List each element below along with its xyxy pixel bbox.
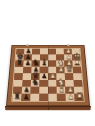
square-b7: ♟: [21, 87, 30, 94]
chess-set-photo: ♟♟♚♟♟♚♜♟♞♝♞♟♜♟♟♛♛♟♟♞♞♟♝♟♜♟♟♜: [0, 0, 95, 126]
piece-wp: ♟: [65, 53, 71, 60]
square-b5: [39, 87, 48, 94]
piece-wp: ♟: [65, 60, 71, 67]
piece-bp: ♟: [24, 53, 30, 60]
square-a1: ♜: [74, 94, 83, 101]
square-a2: ♟: [65, 94, 74, 101]
square-c8: [13, 80, 22, 87]
square-c2: [64, 80, 73, 87]
square-e8: [14, 67, 23, 73]
piece-bp: ♟: [32, 66, 38, 73]
piece-bp: ♟: [24, 60, 30, 67]
piece-wp: ♟: [65, 47, 71, 54]
piece-wp: ♟: [57, 66, 63, 73]
square-a6: [30, 94, 39, 101]
square-e7: [22, 67, 31, 73]
board-scene: ♟♟♚♟♟♚♜♟♞♝♞♟♜♟♟♛♛♟♟♞♞♟♝♟♜♟♟♜: [6, 22, 90, 106]
piece-wr: ♜: [75, 91, 83, 101]
square-b2: ♟: [65, 87, 74, 94]
piece-br: ♜: [12, 91, 20, 101]
piece-bp: ♟: [25, 47, 31, 54]
square-e5: [39, 67, 47, 73]
square-e2: ♛: [64, 67, 73, 73]
square-c7: [22, 80, 31, 87]
piece-wp: ♟: [67, 93, 73, 101]
hinge-seam: [48, 46, 49, 106]
square-b6: [30, 87, 39, 94]
piece-wp: ♟: [49, 72, 55, 80]
square-a7: ♟: [21, 94, 30, 101]
clasp-icon-right: [67, 44, 70, 46]
square-e6: ♟: [31, 67, 39, 73]
square-a8: ♜: [12, 94, 21, 101]
square-a5: [39, 94, 48, 101]
board-near-edge: [5, 106, 91, 110]
square-b3: ♝: [56, 87, 65, 94]
square-c1: [73, 80, 82, 87]
piece-wp: ♟: [66, 86, 72, 94]
square-a3: [56, 94, 65, 101]
square-c5: [39, 80, 48, 87]
piece-bp: ♟: [23, 86, 29, 94]
piece-bp: ♟: [40, 72, 46, 80]
board-frame: ♟♟♚♟♟♚♜♟♞♝♞♟♜♟♟♛♛♟♟♞♞♟♝♟♜♟♟♜: [6, 45, 90, 106]
square-b8: [12, 87, 21, 94]
hinge-seam-edge: [48, 107, 49, 111]
square-c3: ♞: [56, 80, 65, 87]
piece-bp: ♟: [22, 93, 28, 101]
clasp-icon-left: [26, 44, 29, 46]
square-c6: ♞: [30, 80, 39, 87]
square-b1: [73, 87, 82, 94]
square-e3: ♟: [56, 67, 64, 73]
board-tilt: ♟♟♚♟♟♚♜♟♞♝♞♟♜♟♟♛♛♟♟♞♞♟♝♟♜♟♟♜: [6, 45, 90, 106]
square-e1: [72, 67, 81, 73]
